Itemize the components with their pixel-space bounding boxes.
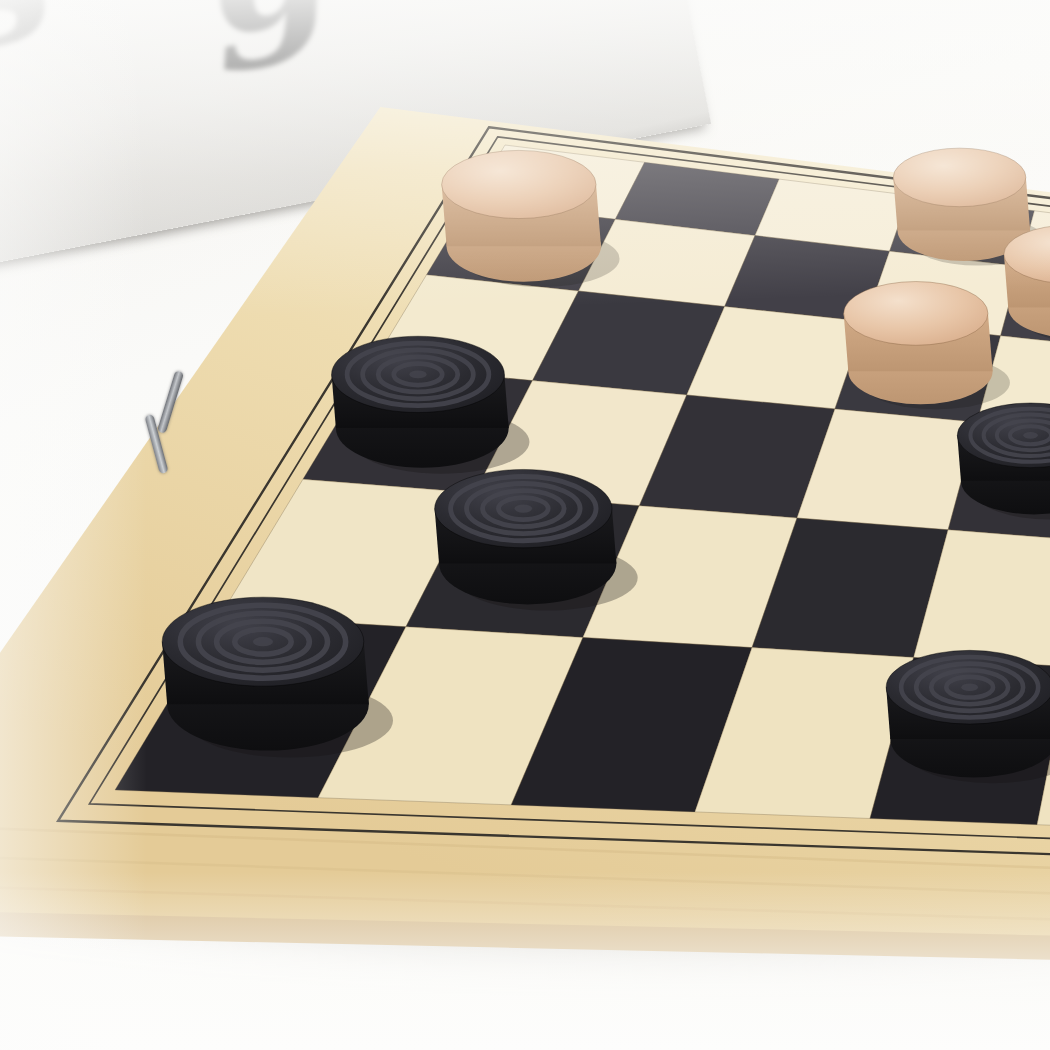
hinge-clasp	[144, 370, 204, 478]
piece-top	[844, 282, 988, 346]
piece-ring-center	[409, 370, 426, 378]
piece-ring-center	[253, 637, 273, 646]
piece-ring-center	[961, 683, 978, 691]
piece-ring-center	[514, 505, 532, 513]
checkers-board[interactable]	[0, 0, 1050, 1050]
photo-scene: is g ’	[0, 0, 1050, 1050]
checker-piece-black[interactable]	[886, 650, 1050, 783]
piece-top	[442, 150, 596, 218]
piece-top	[893, 148, 1026, 207]
board-svg	[0, 0, 1050, 1050]
hinge-bar	[157, 370, 184, 434]
piece-ring-center	[1023, 432, 1038, 439]
